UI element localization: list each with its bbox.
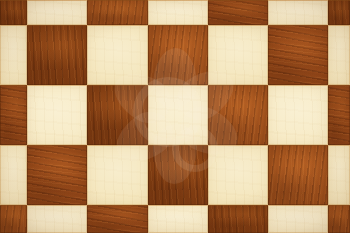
board-square	[328, 25, 350, 85]
board-square	[0, 85, 27, 145]
board-square	[87, 25, 148, 85]
board-square	[208, 85, 268, 145]
board-square	[328, 205, 350, 233]
board-square	[0, 205, 27, 233]
board-square	[27, 85, 87, 145]
chessboard-photo	[0, 0, 350, 233]
board-square	[27, 205, 87, 233]
board-square	[148, 205, 208, 233]
board-square	[268, 0, 328, 25]
board-square	[148, 85, 208, 145]
board-square	[268, 85, 328, 145]
board-square	[0, 0, 27, 25]
board-square	[148, 25, 208, 85]
board-square	[268, 145, 328, 205]
board-square	[208, 205, 268, 233]
board-square	[268, 205, 328, 233]
board-square	[208, 145, 268, 205]
board-square	[87, 0, 148, 25]
board-square	[87, 85, 148, 145]
board-square	[0, 145, 27, 205]
board-square	[208, 0, 268, 25]
board-square	[148, 145, 208, 205]
board-square	[87, 145, 148, 205]
board-square	[208, 25, 268, 85]
board-square	[0, 25, 27, 85]
board-square	[27, 0, 87, 25]
board-square	[87, 205, 148, 233]
board-square	[328, 145, 350, 205]
board-square	[27, 25, 87, 85]
board-square	[328, 85, 350, 145]
board-square	[328, 0, 350, 25]
board-square	[148, 0, 208, 25]
board-square	[268, 25, 328, 85]
board-square	[27, 145, 87, 205]
chessboard	[0, 0, 350, 233]
